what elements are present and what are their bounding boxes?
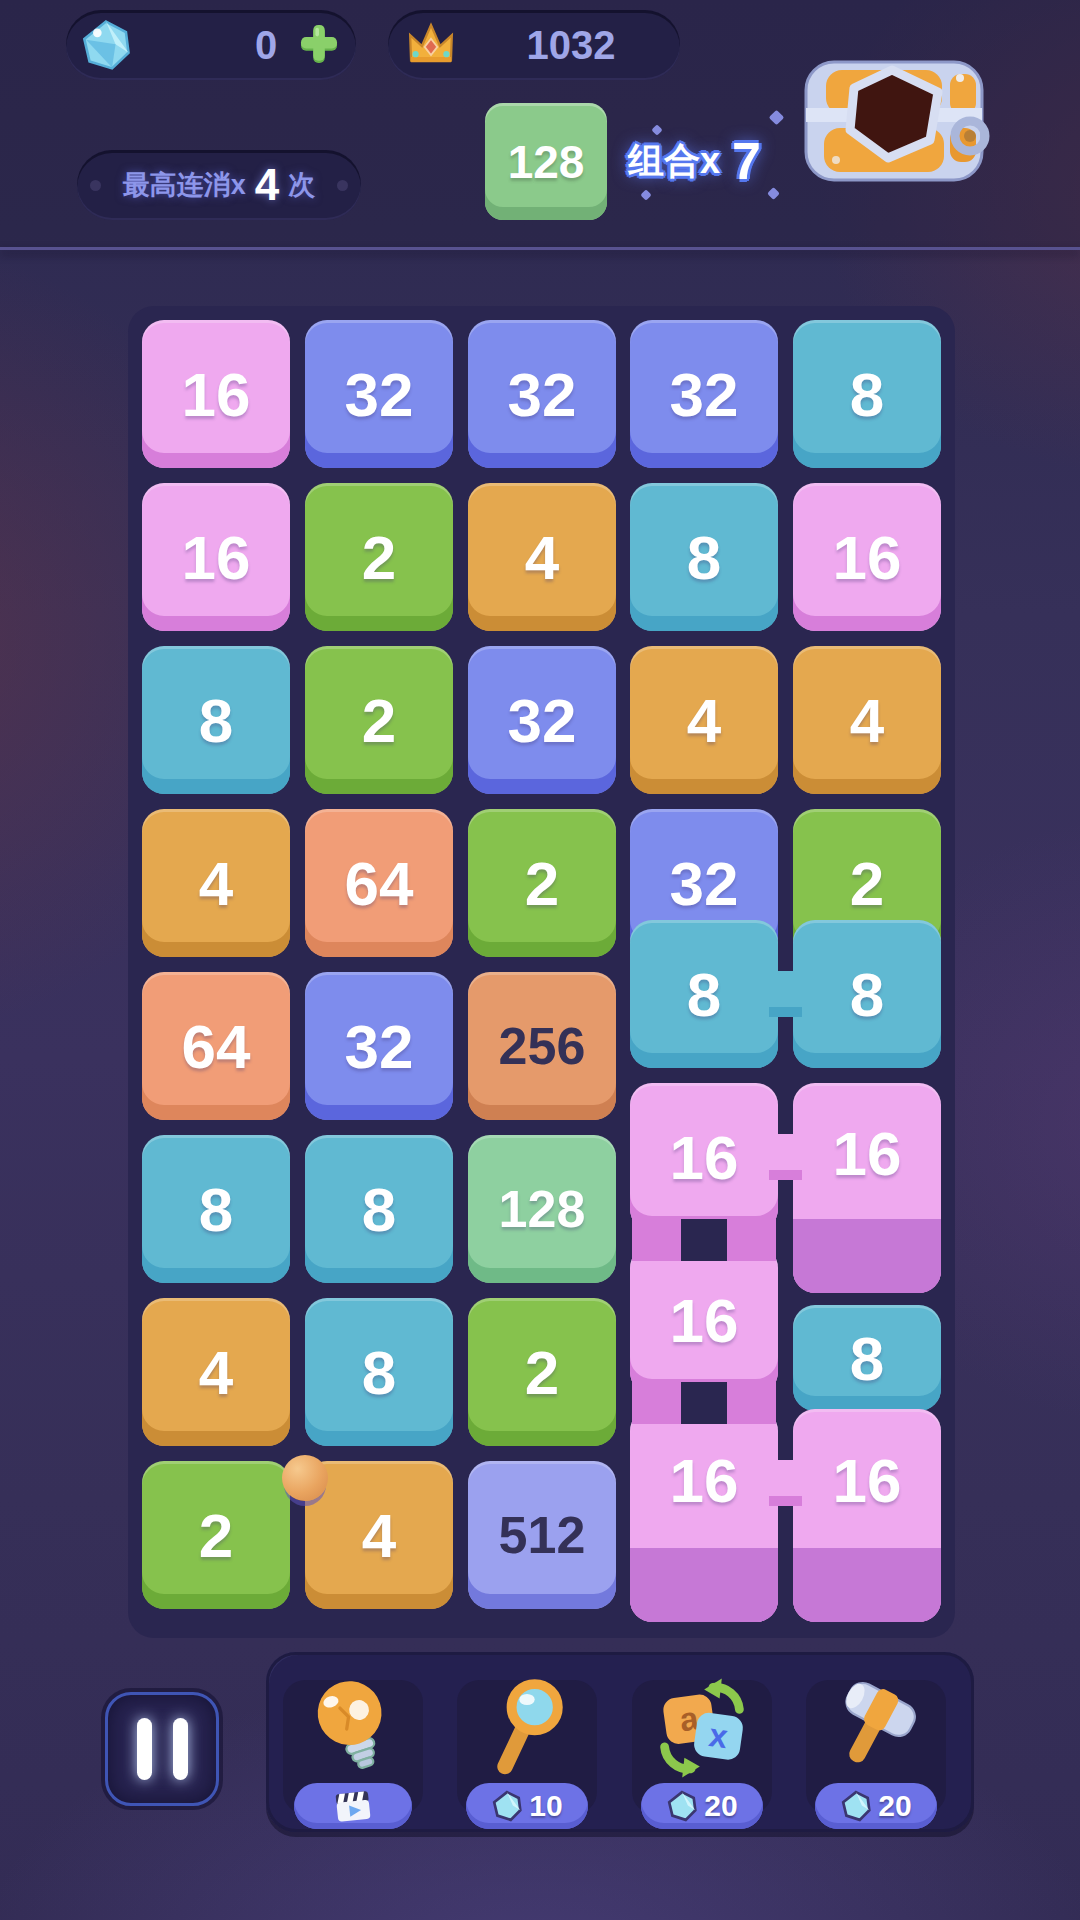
best-combo-suffix: 次	[288, 167, 315, 203]
tile-value: 32	[468, 646, 616, 794]
tile-64[interactable]: 64	[305, 809, 453, 957]
tile-8[interactable]: 8	[142, 1135, 290, 1283]
tile-2[interactable]: 2	[142, 1461, 290, 1609]
target-tile-value: 128	[508, 135, 585, 189]
pause-button[interactable]	[105, 1692, 219, 1806]
tile-256[interactable]: 256	[468, 972, 616, 1120]
powerup-tray: 10 a x	[266, 1652, 974, 1832]
tile-value: 16	[793, 1083, 941, 1223]
plus-icon[interactable]	[296, 22, 342, 68]
tile-value: 16	[142, 320, 290, 468]
chain-link-notch	[681, 1219, 727, 1261]
tile-4[interactable]: 4	[142, 1298, 290, 1446]
tile-value: 256	[468, 972, 616, 1120]
tile-4[interactable]: 4	[142, 809, 290, 957]
tile-2[interactable]: 2	[468, 809, 616, 957]
tile-512[interactable]: 512	[468, 1461, 616, 1609]
tile-value: 32	[630, 320, 778, 468]
swap-icon: a x	[647, 1672, 757, 1782]
gem-icon	[491, 1790, 523, 1822]
best-combo-value: 4	[255, 160, 279, 210]
tile-value: 8	[142, 1135, 290, 1283]
tile-16[interactable]: 16	[793, 1083, 941, 1293]
orange-ball	[282, 1455, 328, 1501]
tile-2[interactable]: 2	[468, 1298, 616, 1446]
combo-value: 7	[732, 131, 761, 191]
chain-link-horizontal	[769, 1460, 802, 1506]
tile-value: 8	[793, 920, 941, 1068]
tile-value: 2	[468, 1298, 616, 1446]
tile-128[interactable]: 128	[468, 1135, 616, 1283]
tile-value: 512	[468, 1461, 616, 1609]
tile-value: 8	[793, 1305, 941, 1411]
tile-8[interactable]: 8	[630, 483, 778, 631]
tile-32[interactable]: 32	[468, 320, 616, 468]
tile-value: 8	[305, 1135, 453, 1283]
tile-value: 2	[305, 646, 453, 794]
tile-value: 32	[468, 320, 616, 468]
tile-pending-section	[793, 1219, 941, 1293]
tile-16[interactable]: 16	[142, 320, 290, 468]
gem-icon	[80, 19, 132, 71]
swap-cost-badge: 20	[641, 1783, 763, 1829]
hammer-icon	[821, 1672, 931, 1782]
tile-8[interactable]: 8	[793, 920, 941, 1068]
tile-16[interactable]: 16	[630, 1083, 778, 1231]
score-counter: 1032	[388, 10, 680, 80]
score-value: 1032	[476, 10, 666, 80]
best-combo-badge: 最高连消x 4 次	[77, 150, 361, 220]
magnifier-cost-badge: 10	[466, 1783, 588, 1829]
crown-icon	[402, 17, 460, 75]
bulb-icon	[298, 1672, 408, 1782]
game-screen: 0 1032 最高连消x 4 次 128 组合x 7	[0, 0, 1080, 1920]
tile-value: 64	[305, 809, 453, 957]
tile-value: 8	[305, 1298, 453, 1446]
tile-16[interactable]: 16	[142, 483, 290, 631]
tile-value: 2	[305, 483, 453, 631]
tile-value: 16	[793, 1409, 941, 1551]
tile-value: 16	[630, 1409, 778, 1551]
tile-value: 32	[305, 972, 453, 1120]
magnifier-cost: 10	[529, 1789, 562, 1823]
tile-value: 4	[468, 483, 616, 631]
tile-value: 2	[468, 809, 616, 957]
gem-icon	[840, 1790, 872, 1822]
tile-8[interactable]: 8	[142, 646, 290, 794]
tile-8[interactable]: 8	[793, 1305, 941, 1411]
tile-value: 8	[142, 646, 290, 794]
tile-32[interactable]: 32	[305, 972, 453, 1120]
tile-value: 4	[142, 809, 290, 957]
tile-value: 16	[630, 1083, 778, 1231]
tile-value: 8	[793, 320, 941, 468]
tile-16[interactable]: 16	[630, 1246, 778, 1394]
tile-value: 8	[630, 920, 778, 1068]
tile-value: 128	[468, 1135, 616, 1283]
hammer-cost-badge: 20	[815, 1783, 937, 1829]
pause-icon	[137, 1718, 152, 1780]
gem-icon	[666, 1790, 698, 1822]
tile-value: 4	[630, 646, 778, 794]
tile-32[interactable]: 32	[468, 646, 616, 794]
hint-cost-badge	[294, 1783, 412, 1829]
tile-32[interactable]: 32	[630, 320, 778, 468]
tile-4[interactable]: 4	[630, 646, 778, 794]
tile-pending-section	[793, 1548, 941, 1622]
treasure-chest-icon[interactable]	[800, 56, 1000, 188]
best-combo-prefix: 最高连消x	[123, 167, 246, 203]
combo-indicator: 组合x 7	[628, 131, 761, 191]
chain-link-vertical	[632, 1382, 776, 1424]
tile-8[interactable]: 8	[305, 1135, 453, 1283]
tile-4[interactable]: 4	[793, 646, 941, 794]
tile-value: 64	[142, 972, 290, 1120]
tile-32[interactable]: 32	[305, 320, 453, 468]
video-clapper-icon	[332, 1786, 374, 1826]
swap-cost: 20	[704, 1789, 737, 1823]
tile-8[interactable]: 8	[630, 920, 778, 1068]
tile-8[interactable]: 8	[305, 1298, 453, 1446]
tile-value: 16	[142, 483, 290, 631]
magnifier-icon	[472, 1672, 582, 1782]
tile-16[interactable]: 16	[630, 1409, 778, 1622]
tile-4[interactable]: 4	[468, 483, 616, 631]
combo-label: 组合x	[628, 137, 720, 186]
tile-value: 32	[305, 320, 453, 468]
tile-64[interactable]: 64	[142, 972, 290, 1120]
tile-16[interactable]: 16	[793, 483, 941, 631]
tile-16[interactable]: 16	[793, 1409, 941, 1622]
chain-link-notch	[681, 1382, 727, 1424]
powerup-hint-bulb[interactable]	[283, 1680, 423, 1814]
header-separator	[0, 247, 1080, 250]
tile-2[interactable]: 2	[305, 483, 453, 631]
tile-value: 16	[793, 483, 941, 631]
gem-counter: 0	[66, 10, 356, 80]
tile-pending-section	[630, 1548, 778, 1622]
tile-value: 16	[630, 1246, 778, 1394]
tile-2[interactable]: 2	[305, 646, 453, 794]
tile-value: 4	[793, 646, 941, 794]
chain-link-horizontal	[769, 1134, 802, 1180]
tile-value: 4	[142, 1298, 290, 1446]
tile-value: 2	[142, 1461, 290, 1609]
target-tile: 128	[485, 103, 607, 220]
chain-link-horizontal	[769, 971, 802, 1017]
chain-link-vertical	[632, 1219, 776, 1261]
tile-8[interactable]: 8	[793, 320, 941, 468]
tile-value: 8	[630, 483, 778, 631]
hammer-cost: 20	[878, 1789, 911, 1823]
powerup-swap[interactable]: a x 20	[632, 1680, 772, 1814]
powerup-magnifier[interactable]: 10	[457, 1680, 597, 1814]
powerup-hammer[interactable]: 20	[806, 1680, 946, 1814]
